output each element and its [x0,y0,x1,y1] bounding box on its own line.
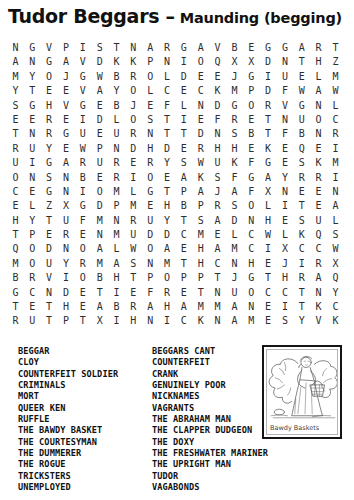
grid-cell: I [74,113,91,127]
word-list-item: BEGGARS CANT [152,346,268,357]
grid-cell: N [58,185,75,199]
grid-cell: N [125,41,142,55]
grid-cell: P [108,199,125,213]
grid-cell: Q [209,55,226,69]
grid-cell: T [175,257,192,271]
grid-cell: M [108,228,125,242]
grid-cell: A [142,41,159,55]
grid-cell: H [159,300,176,314]
grid-cell: K [108,55,125,69]
grid-cell: E [310,199,327,213]
grid-cell: E [209,228,226,242]
grid-cell: O [142,70,159,84]
grid-cell: V [41,271,58,285]
grid-cell: E [74,228,91,242]
grid-cell: D [260,84,277,98]
grid-cell: E [24,300,41,314]
grid-cell: A [192,41,209,55]
grid-cell: B [7,271,24,285]
grid-cell: C [243,242,260,256]
grid-cell: R [260,99,277,113]
grid-cell: V [277,99,294,113]
grid-cell: F [277,84,294,98]
grid-cell: A [108,257,125,271]
grid-cell: M [7,70,24,84]
grid-cell: J [209,185,226,199]
grid-cell: I [108,314,125,328]
word-list-item: THE FRESHWATER MARINER [152,448,268,459]
grid-cell: O [125,84,142,98]
grid-cell: E [41,84,58,98]
grid-cell: U [24,314,41,328]
grid-cell: H [226,142,243,156]
grid-cell: W [91,70,108,84]
grid-cell: T [41,314,58,328]
grid-cell: E [91,99,108,113]
grid-cell: T [74,314,91,328]
grid-cell: A [226,185,243,199]
grid-cell: X [260,185,277,199]
grid-cell: C [7,185,24,199]
grid-cell: R [7,142,24,156]
grid-cell: L [108,242,125,256]
grid-cell: P [243,84,260,98]
grid-cell: L [260,199,277,213]
grid-cell: E [41,228,58,242]
grid-cell: V [58,99,75,113]
grid-cell: A [209,214,226,228]
grid-cell: P [142,271,159,285]
grid-cell: B [293,127,310,141]
grid-cell: F [142,286,159,300]
grid-cell: T [260,113,277,127]
grid-cell: E [192,113,209,127]
grid-cell: L [159,70,176,84]
grid-cell: N [192,99,209,113]
grid-cell: I [108,286,125,300]
grid-cell: R [142,156,159,170]
grid-cell: N [327,185,344,199]
grid-cell: X [277,242,294,256]
grid-cell: G [277,41,294,55]
grid-cell: B [108,300,125,314]
grid-cell: S [293,214,310,228]
grid-cell: F [243,156,260,170]
grid-cell: K [293,228,310,242]
grid-cell: Y [277,171,294,185]
grid-cell: E [74,300,91,314]
grid-cell: X [226,55,243,69]
grid-cell: G [142,185,159,199]
grid-cell: O [91,185,108,199]
grid-cell: E [175,84,192,98]
grid-cell: Y [7,84,24,98]
picture-inner-frame: Bawdy Baskets [266,349,338,435]
grid-cell: R [58,228,75,242]
grid-cell: O [159,271,176,285]
grid-cell: E [58,113,75,127]
word-list-item: TUDOR [152,471,268,482]
grid-cell: V [74,84,91,98]
grid-cell: O [74,271,91,285]
grid-cell: P [58,314,75,328]
grid-cell: W [327,242,344,256]
grid-cell: N [159,55,176,69]
grid-cell: U [91,156,108,170]
grid-cell: E [58,84,75,98]
grid-cell: G [74,70,91,84]
grid-cell: E [277,156,294,170]
word-list-item: QUEER KEN [18,403,118,414]
grid-cell: O [310,113,327,127]
word-list-item: THE ABRAHAM MAN [152,414,268,425]
grid-cell: Y [159,214,176,228]
grid-cell: L [24,199,41,213]
grid-cell: Y [159,156,176,170]
grid-cell: A [7,55,24,69]
grid-cell: Z [327,55,344,69]
word-list-item: UNEMPLOYED [18,482,118,493]
grid-cell: V [41,41,58,55]
grid-cell: I [125,171,142,185]
grid-cell: T [7,127,24,141]
grid-cell: E [142,199,159,213]
grid-cell: E [310,142,327,156]
grid-cell: N [142,314,159,328]
grid-cell: W [293,84,310,98]
grid-cell: O [243,99,260,113]
word-list-item: CLOY [18,357,118,368]
grid-cell: H [209,142,226,156]
grid-cell: R [310,171,327,185]
grid-cell: J [125,99,142,113]
grid-cell: R [41,113,58,127]
word-list-item: THE UPRIGHT MAN [152,459,268,470]
grid-cell: J [226,271,243,285]
grid-cell: Y [41,142,58,156]
grid-cell: G [175,41,192,55]
grid-cell: O [7,171,24,185]
grid-cell: H [142,142,159,156]
grid-cell: R [310,257,327,271]
grid-cell: D [260,55,277,69]
grid-cell: E [125,286,142,300]
word-list-item: CRIMINALS [18,380,118,391]
grid-cell: C [277,286,294,300]
grid-cell: M [91,257,108,271]
grid-cell: H [260,214,277,228]
grid-cell: N [142,127,159,141]
grid-cell: H [125,314,142,328]
grid-cell: R [125,127,142,141]
grid-cell: P [192,199,209,213]
grid-cell: S [226,127,243,141]
grid-cell: E [159,171,176,185]
grid-cell: G [41,156,58,170]
grid-cell: P [192,271,209,285]
grid-cell: G [41,55,58,69]
grid-cell: D [91,55,108,69]
word-list-item: THE DUMMERER [18,448,118,459]
grid-cell: G [58,127,75,141]
grid-cell: T [91,286,108,300]
grid-cell: T [293,300,310,314]
grid-cell: E [260,300,277,314]
grid-cell: I [277,199,294,213]
grid-cell: N [243,214,260,228]
grid-cell: T [7,300,24,314]
grid-cell: B [91,271,108,285]
grid-cell: A [91,242,108,256]
grid-cell: R [7,314,24,328]
grid-cell: E [91,171,108,185]
grid-cell: A [310,84,327,98]
grid-cell: G [260,41,277,55]
grid-cell: U [108,127,125,141]
grid-cell: A [142,300,159,314]
grid-cell: C [159,84,176,98]
grid-cell: G [243,271,260,285]
grid-cell: R [226,113,243,127]
grid-cell: V [74,55,91,69]
grid-cell: M [91,214,108,228]
grid-cell: R [41,127,58,141]
grid-cell: O [243,199,260,213]
grid-cell: S [7,99,24,113]
grid-cell: G [24,99,41,113]
grid-cell: X [91,314,108,328]
grid-cell: C [260,286,277,300]
grid-cell: T [293,286,310,300]
grid-cell: K [209,84,226,98]
grid-cell: L [226,228,243,242]
grid-cell: T [293,55,310,69]
grid-cell: G [293,99,310,113]
grid-cell: P [175,185,192,199]
bawdy-baskets-illustration [267,350,338,426]
grid-cell: G [74,199,91,213]
grid-cell: K [260,142,277,156]
grid-cell: C [209,257,226,271]
grid-cell: N [24,127,41,141]
grid-cell: H [159,199,176,213]
grid-cell: N [108,142,125,156]
grid-cell: T [159,127,176,141]
grid-cell: N [310,127,327,141]
grid-cell: T [41,214,58,228]
grid-cell: N [142,257,159,271]
grid-cell: U [41,257,58,271]
grid-cell: F [226,171,243,185]
grid-cell: B [74,171,91,185]
grid-cell: B [226,41,243,55]
grid-cell: H [192,257,209,271]
grid-cell: N [58,171,75,185]
grid-cell: K [310,300,327,314]
grid-cell: E [192,70,209,84]
grid-cell: S [277,314,294,328]
grid-cell: F [74,214,91,228]
grid-cell: K [192,314,209,328]
grid-cell: D [142,228,159,242]
grid-cell: E [7,113,24,127]
grid-cell: T [209,271,226,285]
grid-cell: R [108,156,125,170]
grid-cell: S [327,228,344,242]
grid-cell: A [293,41,310,55]
grid-cell: L [327,99,344,113]
grid-cell: O [74,242,91,256]
grid-cell: D [159,142,176,156]
grid-cell: S [226,199,243,213]
grid-cell: N [41,286,58,300]
grid-cell: C [175,314,192,328]
grid-cell: U [74,127,91,141]
word-list-item: RUFFLE [18,414,118,425]
grid-cell: B [108,99,125,113]
grid-cell: A [91,300,108,314]
grid-cell: A [327,199,344,213]
grid-cell: U [209,156,226,170]
grid-cell: N [108,214,125,228]
grid-cell: R [310,41,327,55]
grid-cell: I [260,70,277,84]
grid-cell: E [125,156,142,170]
grid-cell: B [108,70,125,84]
grid-cell: Q [293,142,310,156]
grid-cell: S [142,113,159,127]
grid-cell: A [175,300,192,314]
grid-cell: T [260,271,277,285]
grid-cell: A [310,271,327,285]
grid-cell: E [243,41,260,55]
grid-cell: I [74,41,91,55]
grid-cell: D [91,199,108,213]
word-list-item: COUNTERFEIT SOLDIER [18,369,118,380]
grid-cell: M [125,199,142,213]
grid-cell: A [226,300,243,314]
grid-cell: D [192,127,209,141]
grid-cell: E [24,113,41,127]
grid-cell: L [142,84,159,98]
grid-cell: H [277,271,294,285]
grid-cell: F [159,99,176,113]
grid-cell: T [41,300,58,314]
grid-cell: M [192,300,209,314]
word-list-item: COUNTERFEIT [152,357,268,368]
grid-cell: T [24,84,41,98]
word-list-item: VAGABONDS [152,482,268,493]
grid-cell: F [209,113,226,127]
grid-cell: V [310,314,327,328]
grid-cell: E [175,242,192,256]
grid-cell: O [192,55,209,69]
grid-cell: R [327,127,344,141]
grid-cell: I [159,314,176,328]
grid-cell: U [24,142,41,156]
word-list-item: THE ROGUE [18,459,118,470]
grid-cell: T [327,41,344,55]
grid-cell: L [108,113,125,127]
grid-cell: X [243,55,260,69]
grid-cell: N [277,113,294,127]
grid-cell: T [175,127,192,141]
grid-cell: G [260,156,277,170]
grid-cell: G [74,99,91,113]
grid-cell: W [192,156,209,170]
page-title: Tudor Beggars – Maunding (begging) [8,5,342,27]
word-list-item: THE COURTESYMAN [18,437,118,448]
grid-cell: M [7,257,24,271]
grid-cell: Y [293,314,310,328]
grid-cell: H [58,300,75,314]
grid-cell: M [226,84,243,98]
grid-cell: O [142,242,159,256]
grid-cell: A [58,156,75,170]
grid-cell: N [91,228,108,242]
grid-cell: O [125,113,142,127]
grid-cell: U [142,214,159,228]
grid-cell: L [310,70,327,84]
grid-cell: E [142,99,159,113]
grid-cell: V [209,41,226,55]
grid-cell: O [24,257,41,271]
grid-cell: E [24,185,41,199]
grid-cell: S [192,214,209,228]
grid-cell: E [74,286,91,300]
grid-cell: R [209,199,226,213]
grid-cell: M [327,156,344,170]
grid-cell: Q [327,271,344,285]
grid-cell: G [7,286,24,300]
page-title-sub: Maunding (begging) [180,10,342,26]
grid-cell: D [125,142,142,156]
grid-cell: J [277,257,294,271]
word-list-item: NICKNAMES [152,391,268,402]
grid-cell: Y [58,257,75,271]
grid-cell: O [41,70,58,84]
grid-cell: W [327,84,344,98]
grid-cell: Y [327,286,344,300]
grid-cell: T [125,271,142,285]
grid-cell: G [41,185,58,199]
grid-cell: O [142,171,159,185]
grid-cell: U [58,214,75,228]
grid-cell: W [125,242,142,256]
grid-cell: M [243,314,260,328]
grid-cell: E [58,142,75,156]
grid-cell: S [91,41,108,55]
grid-cell: F [277,127,294,141]
grid-cell: D [209,99,226,113]
grid-cell: N [277,185,294,199]
grid-cell: Q [310,228,327,242]
grid-cell: N [310,99,327,113]
grid-cell: K [310,156,327,170]
grid-cell: R [159,286,176,300]
grid-cell: L [125,185,142,199]
grid-cell: U [293,113,310,127]
grid-cell: P [58,41,75,55]
grid-cell: C [24,286,41,300]
grid-cell: A [192,185,209,199]
grid-cell: A [159,242,176,256]
grid-cell: I [327,142,344,156]
grid-cell: M [108,185,125,199]
grid-cell: L [175,99,192,113]
grid-cell: E [293,70,310,84]
grid-cell: K [125,55,142,69]
